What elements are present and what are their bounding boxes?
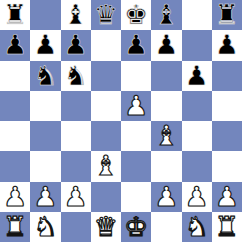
square-g6[interactable]: ♟ [182,61,212,91]
square-a2[interactable]: ♟ [0,182,30,212]
square-d1[interactable]: ♛ [91,212,121,242]
black-pawn[interactable]: ♟ [33,30,57,60]
white-bishop[interactable]: ♝ [94,151,118,181]
square-e4[interactable] [121,121,151,151]
square-a4[interactable] [0,121,30,151]
white-king[interactable]: ♚ [124,212,148,242]
square-e6[interactable] [121,61,151,91]
square-f3[interactable] [151,151,181,181]
white-rook[interactable]: ♜ [215,212,239,242]
square-d3[interactable]: ♝ [91,151,121,181]
square-g3[interactable] [182,151,212,181]
square-f5[interactable] [151,91,181,121]
white-pawn[interactable]: ♟ [154,182,178,212]
white-pawn[interactable]: ♟ [3,182,27,212]
square-a7[interactable]: ♟ [0,30,30,60]
square-d5[interactable] [91,91,121,121]
black-pawn[interactable]: ♟ [124,30,148,60]
square-g5[interactable] [182,91,212,121]
square-a6[interactable] [0,61,30,91]
square-b6[interactable]: ♞ [30,61,60,91]
square-h1[interactable]: ♜ [212,212,242,242]
square-f1[interactable] [151,212,181,242]
square-b3[interactable] [30,151,60,181]
square-d6[interactable] [91,61,121,91]
square-b7[interactable]: ♟ [30,30,60,60]
black-pawn[interactable]: ♟ [3,30,27,60]
square-h5[interactable] [212,91,242,121]
black-pawn[interactable]: ♟ [185,61,209,91]
square-d4[interactable] [91,121,121,151]
black-knight[interactable]: ♞ [33,61,57,91]
white-rook[interactable]: ♜ [3,212,27,242]
white-knight[interactable]: ♞ [185,212,209,242]
black-king[interactable]: ♚ [124,0,148,30]
square-d8[interactable]: ♛ [91,0,121,30]
square-h7[interactable]: ♟ [212,30,242,60]
square-e1[interactable]: ♚ [121,212,151,242]
square-e3[interactable] [121,151,151,181]
square-h8[interactable]: ♜ [212,0,242,30]
black-pawn[interactable]: ♟ [64,30,88,60]
square-h6[interactable] [212,61,242,91]
square-b4[interactable] [30,121,60,151]
square-g1[interactable]: ♞ [182,212,212,242]
square-h4[interactable] [212,121,242,151]
square-h3[interactable] [212,151,242,181]
square-a5[interactable] [0,91,30,121]
black-pawn[interactable]: ♟ [215,30,239,60]
black-rook[interactable]: ♜ [215,0,239,30]
square-e2[interactable] [121,182,151,212]
white-queen[interactable]: ♛ [94,212,118,242]
square-b5[interactable] [30,91,60,121]
square-c6[interactable]: ♞ [61,61,91,91]
square-e8[interactable]: ♚ [121,0,151,30]
square-a1[interactable]: ♜ [0,212,30,242]
square-f2[interactable]: ♟ [151,182,181,212]
square-f6[interactable] [151,61,181,91]
black-queen[interactable]: ♛ [94,0,118,30]
black-bishop[interactable]: ♝ [64,0,88,30]
square-c3[interactable] [61,151,91,181]
square-b8[interactable] [30,0,60,30]
white-pawn[interactable]: ♟ [33,182,57,212]
white-knight[interactable]: ♞ [33,212,57,242]
square-f7[interactable]: ♟ [151,30,181,60]
square-e7[interactable]: ♟ [121,30,151,60]
square-f8[interactable]: ♝ [151,0,181,30]
square-d2[interactable] [91,182,121,212]
square-c8[interactable]: ♝ [61,0,91,30]
white-bishop[interactable]: ♝ [154,121,178,151]
square-h2[interactable]: ♟ [212,182,242,212]
square-a3[interactable] [0,151,30,181]
square-a8[interactable]: ♜ [0,0,30,30]
square-g7[interactable] [182,30,212,60]
black-knight[interactable]: ♞ [64,61,88,91]
square-g4[interactable] [182,121,212,151]
square-e5[interactable]: ♟ [121,91,151,121]
black-pawn[interactable]: ♟ [154,30,178,60]
square-d7[interactable] [91,30,121,60]
chess-board: ♜♝♛♚♝♜♟♟♟♟♟♟♞♞♟♟♝♝♟♟♟♟♟♟♜♞♛♚♞♜ [0,0,242,242]
square-b1[interactable]: ♞ [30,212,60,242]
white-pawn[interactable]: ♟ [64,182,88,212]
square-c1[interactable] [61,212,91,242]
square-c7[interactable]: ♟ [61,30,91,60]
square-b2[interactable]: ♟ [30,182,60,212]
white-pawn[interactable]: ♟ [124,91,148,121]
square-c4[interactable] [61,121,91,151]
square-f4[interactable]: ♝ [151,121,181,151]
square-g8[interactable] [182,0,212,30]
black-bishop[interactable]: ♝ [154,0,178,30]
black-rook[interactable]: ♜ [3,0,27,30]
square-c2[interactable]: ♟ [61,182,91,212]
white-pawn[interactable]: ♟ [215,182,239,212]
square-g2[interactable]: ♟ [182,182,212,212]
white-pawn[interactable]: ♟ [185,182,209,212]
square-c5[interactable] [61,91,91,121]
